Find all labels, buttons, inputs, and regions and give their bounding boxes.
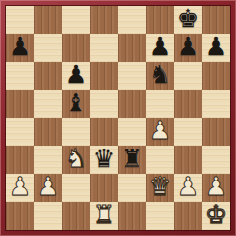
square-e5[interactable] xyxy=(118,90,146,118)
piece-black-pawn[interactable]: ♟ xyxy=(205,34,227,61)
chess-board: ♚♟♟♟♟♟♞♝♟♞♛♜♟♟♛♟♟♜♚ xyxy=(6,6,230,230)
piece-black-queen[interactable]: ♛ xyxy=(93,146,115,173)
piece-white-pawn[interactable]: ♟ xyxy=(205,174,227,201)
board-frame: ♚♟♟♟♟♟♞♝♟♞♛♜♟♟♛♟♟♜♚ xyxy=(0,0,236,236)
square-d5[interactable] xyxy=(90,90,118,118)
square-b5[interactable] xyxy=(34,90,62,118)
square-f4[interactable]: ♟ xyxy=(146,118,174,146)
piece-white-pawn[interactable]: ♟ xyxy=(149,118,171,145)
square-c5[interactable]: ♝ xyxy=(62,90,90,118)
square-e7[interactable] xyxy=(118,34,146,62)
square-d6[interactable] xyxy=(90,62,118,90)
square-h7[interactable]: ♟ xyxy=(202,34,230,62)
square-c7[interactable] xyxy=(62,34,90,62)
square-b3[interactable] xyxy=(34,146,62,174)
square-a6[interactable] xyxy=(6,62,34,90)
piece-white-pawn[interactable]: ♟ xyxy=(9,174,31,201)
square-h3[interactable] xyxy=(202,146,230,174)
square-b1[interactable] xyxy=(34,202,62,230)
square-e6[interactable] xyxy=(118,62,146,90)
piece-black-knight[interactable]: ♞ xyxy=(149,62,171,89)
square-a2[interactable]: ♟ xyxy=(6,174,34,202)
square-g2[interactable]: ♟ xyxy=(174,174,202,202)
square-f6[interactable]: ♞ xyxy=(146,62,174,90)
piece-white-pawn[interactable]: ♟ xyxy=(177,174,199,201)
square-d1[interactable]: ♜ xyxy=(90,202,118,230)
square-h4[interactable] xyxy=(202,118,230,146)
piece-black-rook[interactable]: ♜ xyxy=(121,146,143,173)
square-g4[interactable] xyxy=(174,118,202,146)
square-e1[interactable] xyxy=(118,202,146,230)
square-a5[interactable] xyxy=(6,90,34,118)
square-h6[interactable] xyxy=(202,62,230,90)
square-b4[interactable] xyxy=(34,118,62,146)
square-h8[interactable] xyxy=(202,6,230,34)
square-d2[interactable] xyxy=(90,174,118,202)
square-d7[interactable] xyxy=(90,34,118,62)
square-e8[interactable] xyxy=(118,6,146,34)
piece-white-pawn[interactable]: ♟ xyxy=(37,174,59,201)
square-c8[interactable] xyxy=(62,6,90,34)
square-f3[interactable] xyxy=(146,146,174,174)
piece-black-pawn[interactable]: ♟ xyxy=(177,34,199,61)
piece-white-queen[interactable]: ♛ xyxy=(149,174,171,201)
square-b6[interactable] xyxy=(34,62,62,90)
piece-black-pawn[interactable]: ♟ xyxy=(9,34,31,61)
piece-black-pawn[interactable]: ♟ xyxy=(149,34,171,61)
square-a7[interactable]: ♟ xyxy=(6,34,34,62)
square-c4[interactable] xyxy=(62,118,90,146)
square-g6[interactable] xyxy=(174,62,202,90)
square-h5[interactable] xyxy=(202,90,230,118)
square-d4[interactable] xyxy=(90,118,118,146)
square-e4[interactable] xyxy=(118,118,146,146)
square-c1[interactable] xyxy=(62,202,90,230)
square-f8[interactable] xyxy=(146,6,174,34)
square-g7[interactable]: ♟ xyxy=(174,34,202,62)
square-b2[interactable]: ♟ xyxy=(34,174,62,202)
square-e3[interactable]: ♜ xyxy=(118,146,146,174)
piece-black-pawn[interactable]: ♟ xyxy=(65,62,87,89)
piece-black-bishop[interactable]: ♝ xyxy=(65,90,87,117)
piece-white-rook[interactable]: ♜ xyxy=(93,202,115,229)
square-b8[interactable] xyxy=(34,6,62,34)
square-f7[interactable]: ♟ xyxy=(146,34,174,62)
piece-white-knight[interactable]: ♞ xyxy=(65,146,87,173)
square-c3[interactable]: ♞ xyxy=(62,146,90,174)
square-g5[interactable] xyxy=(174,90,202,118)
square-d3[interactable]: ♛ xyxy=(90,146,118,174)
square-f5[interactable] xyxy=(146,90,174,118)
square-a3[interactable] xyxy=(6,146,34,174)
square-b7[interactable] xyxy=(34,34,62,62)
square-c2[interactable] xyxy=(62,174,90,202)
square-f1[interactable] xyxy=(146,202,174,230)
square-g8[interactable]: ♚ xyxy=(174,6,202,34)
square-a1[interactable] xyxy=(6,202,34,230)
square-e2[interactable] xyxy=(118,174,146,202)
square-h2[interactable]: ♟ xyxy=(202,174,230,202)
square-d8[interactable] xyxy=(90,6,118,34)
piece-white-king[interactable]: ♚ xyxy=(205,202,227,229)
square-g3[interactable] xyxy=(174,146,202,174)
square-f2[interactable]: ♛ xyxy=(146,174,174,202)
piece-black-king[interactable]: ♚ xyxy=(177,6,199,33)
square-c6[interactable]: ♟ xyxy=(62,62,90,90)
square-g1[interactable] xyxy=(174,202,202,230)
square-h1[interactable]: ♚ xyxy=(202,202,230,230)
square-a8[interactable] xyxy=(6,6,34,34)
square-a4[interactable] xyxy=(6,118,34,146)
